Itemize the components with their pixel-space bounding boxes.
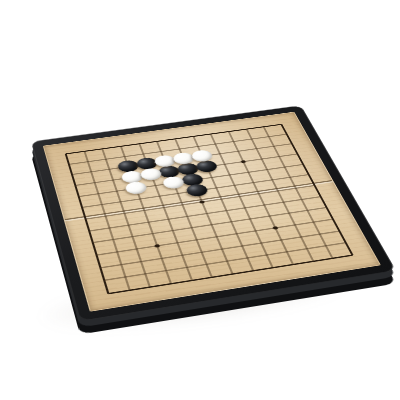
product-photo-scene xyxy=(0,0,400,400)
star-point xyxy=(199,200,205,204)
grid-line-vertical xyxy=(281,124,354,255)
star-point xyxy=(240,160,246,163)
grid-line-vertical xyxy=(246,129,314,261)
white-stone[interactable] xyxy=(124,180,149,195)
black-stone[interactable] xyxy=(185,183,210,198)
grid-line-vertical xyxy=(263,127,333,259)
go-grid[interactable] xyxy=(66,124,353,293)
star-point xyxy=(272,226,278,230)
star-point xyxy=(154,244,160,248)
